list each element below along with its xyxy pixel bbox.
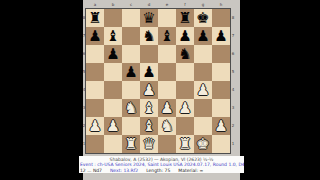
square-e2: ♞ xyxy=(158,117,176,135)
black-pawn-a7: ♟ xyxy=(86,27,104,45)
black-pawn-f7: ♟ xyxy=(176,27,194,45)
square-c7 xyxy=(122,27,140,45)
square-h5 xyxy=(212,63,230,81)
square-a8: ♜ xyxy=(86,9,104,27)
video-frame: abcdefgh 87654321 ♜♛♜♚♟♝♞♝♟♟♟♟♞♟♟♟♟♞♝♟♟♟… xyxy=(0,0,320,180)
square-e5 xyxy=(158,63,176,81)
black-knight-f6: ♞ xyxy=(176,45,194,63)
rank-label-6: 6 xyxy=(231,45,235,63)
material-balance-text: Material: = xyxy=(178,168,203,174)
white-pawn-h2: ♟ xyxy=(212,117,230,135)
black-pawn-g7: ♟ xyxy=(194,27,212,45)
next-move-text: Next: 13.Rf2 xyxy=(110,168,138,174)
square-h4 xyxy=(212,81,230,99)
square-h3 xyxy=(212,99,230,117)
square-g6 xyxy=(194,45,212,63)
rank-label-1: 1 xyxy=(231,135,235,153)
square-h6 xyxy=(212,45,230,63)
square-d5: ♟ xyxy=(140,63,158,81)
rank-label-2: 2 xyxy=(231,117,235,135)
square-f5 xyxy=(176,63,194,81)
black-rook-a8: ♜ xyxy=(86,9,104,27)
square-g8: ♚ xyxy=(194,9,212,27)
square-g1: ♚ xyxy=(194,135,212,153)
game-length-text: Length: 75 xyxy=(146,168,170,174)
square-h8 xyxy=(212,9,230,27)
square-g2 xyxy=(194,117,212,135)
black-pawn-d5: ♟ xyxy=(140,63,158,81)
square-b2: ♟ xyxy=(104,117,122,135)
white-rook-c1: ♜ xyxy=(122,135,140,153)
square-f4 xyxy=(176,81,194,99)
white-rook-f1: ♜ xyxy=(176,135,194,153)
white-knight-c3: ♞ xyxy=(122,99,140,117)
move-status-line: 12 ... Nd7 Next: 13.Rf2 Length: 75 Mater… xyxy=(79,168,244,174)
black-pawn-c5: ♟ xyxy=(122,63,140,81)
white-knight-e2: ♞ xyxy=(158,117,176,135)
rank-label-8: 8 xyxy=(231,9,235,27)
square-c5: ♟ xyxy=(122,63,140,81)
square-a5 xyxy=(86,63,104,81)
square-g4: ♟ xyxy=(194,81,212,99)
white-pawn-f3: ♟ xyxy=(176,99,194,117)
rank-label-5: 5 xyxy=(231,63,235,81)
square-d1: ♛ xyxy=(140,135,158,153)
white-bishop-d2: ♝ xyxy=(140,117,158,135)
square-d2: ♝ xyxy=(140,117,158,135)
black-rook-f8: ♜ xyxy=(176,9,194,27)
black-knight-d7: ♞ xyxy=(140,27,158,45)
square-e3: ♟ xyxy=(158,99,176,117)
square-f7: ♟ xyxy=(176,27,194,45)
square-b7: ♝ xyxy=(104,27,122,45)
rank-labels-right: 87654321 xyxy=(231,9,235,153)
square-a3 xyxy=(86,99,104,117)
square-h1 xyxy=(212,135,230,153)
square-c6 xyxy=(122,45,140,63)
square-b3 xyxy=(104,99,122,117)
white-pawn-a2: ♟ xyxy=(86,117,104,135)
square-f2 xyxy=(176,117,194,135)
square-e6 xyxy=(158,45,176,63)
square-b8 xyxy=(104,9,122,27)
square-b4 xyxy=(104,81,122,99)
square-c3: ♞ xyxy=(122,99,140,117)
square-f3: ♟ xyxy=(176,99,194,117)
black-pawn-h7: ♟ xyxy=(212,27,230,45)
rank-label-4: 4 xyxy=(231,81,235,99)
square-g5 xyxy=(194,63,212,81)
square-c4 xyxy=(122,81,140,99)
square-f1: ♜ xyxy=(176,135,194,153)
content-panel: abcdefgh 87654321 ♜♛♜♚♟♝♞♝♟♟♟♟♞♟♟♟♟♞♝♟♟♟… xyxy=(83,0,240,180)
square-g7: ♟ xyxy=(194,27,212,45)
square-e7: ♝ xyxy=(158,27,176,45)
square-d8: ♛ xyxy=(140,9,158,27)
square-c2 xyxy=(122,117,140,135)
square-e8 xyxy=(158,9,176,27)
square-c8 xyxy=(122,9,140,27)
black-queen-d8: ♛ xyxy=(140,9,158,27)
square-f8: ♜ xyxy=(176,9,194,27)
square-d6 xyxy=(140,45,158,63)
square-h7: ♟ xyxy=(212,27,230,45)
square-e4 xyxy=(158,81,176,99)
square-c1: ♜ xyxy=(122,135,140,153)
square-a6 xyxy=(86,45,104,63)
white-pawn-g4: ♟ xyxy=(194,81,212,99)
square-d7: ♞ xyxy=(140,27,158,45)
square-f6: ♞ xyxy=(176,45,194,63)
square-a7: ♟ xyxy=(86,27,104,45)
square-d3: ♝ xyxy=(140,99,158,117)
white-pawn-b2: ♟ xyxy=(104,117,122,135)
square-b5 xyxy=(104,63,122,81)
black-bishop-e7: ♝ xyxy=(158,27,176,45)
white-queen-d1: ♛ xyxy=(140,135,158,153)
black-pawn-b6: ♟ xyxy=(104,45,122,63)
white-pawn-e3: ♟ xyxy=(158,99,176,117)
chess-board: ♜♛♜♚♟♝♞♝♟♟♟♟♞♟♟♟♟♞♝♟♟♟♟♝♞♟♜♛♜♚ xyxy=(85,8,231,154)
square-a2: ♟ xyxy=(86,117,104,135)
square-g3 xyxy=(194,99,212,117)
rank-label-7: 7 xyxy=(231,27,235,45)
black-king-g8: ♚ xyxy=(194,9,212,27)
rank-label-3: 3 xyxy=(231,99,235,117)
white-bishop-d3: ♝ xyxy=(140,99,158,117)
square-d4: ♟ xyxy=(140,81,158,99)
square-b6: ♟ xyxy=(104,45,122,63)
square-b1 xyxy=(104,135,122,153)
square-a4 xyxy=(86,81,104,99)
square-e1 xyxy=(158,135,176,153)
game-info-caption: Shabalov, A (2532) — Akopian, Vl (2623) … xyxy=(79,156,244,173)
white-king-g1: ♚ xyxy=(194,135,212,153)
square-h2: ♟ xyxy=(212,117,230,135)
white-pawn-d4: ♟ xyxy=(140,81,158,99)
last-move-text: 12 ... Nd7 xyxy=(80,168,102,174)
square-a1 xyxy=(86,135,104,153)
black-bishop-b7: ♝ xyxy=(104,27,122,45)
